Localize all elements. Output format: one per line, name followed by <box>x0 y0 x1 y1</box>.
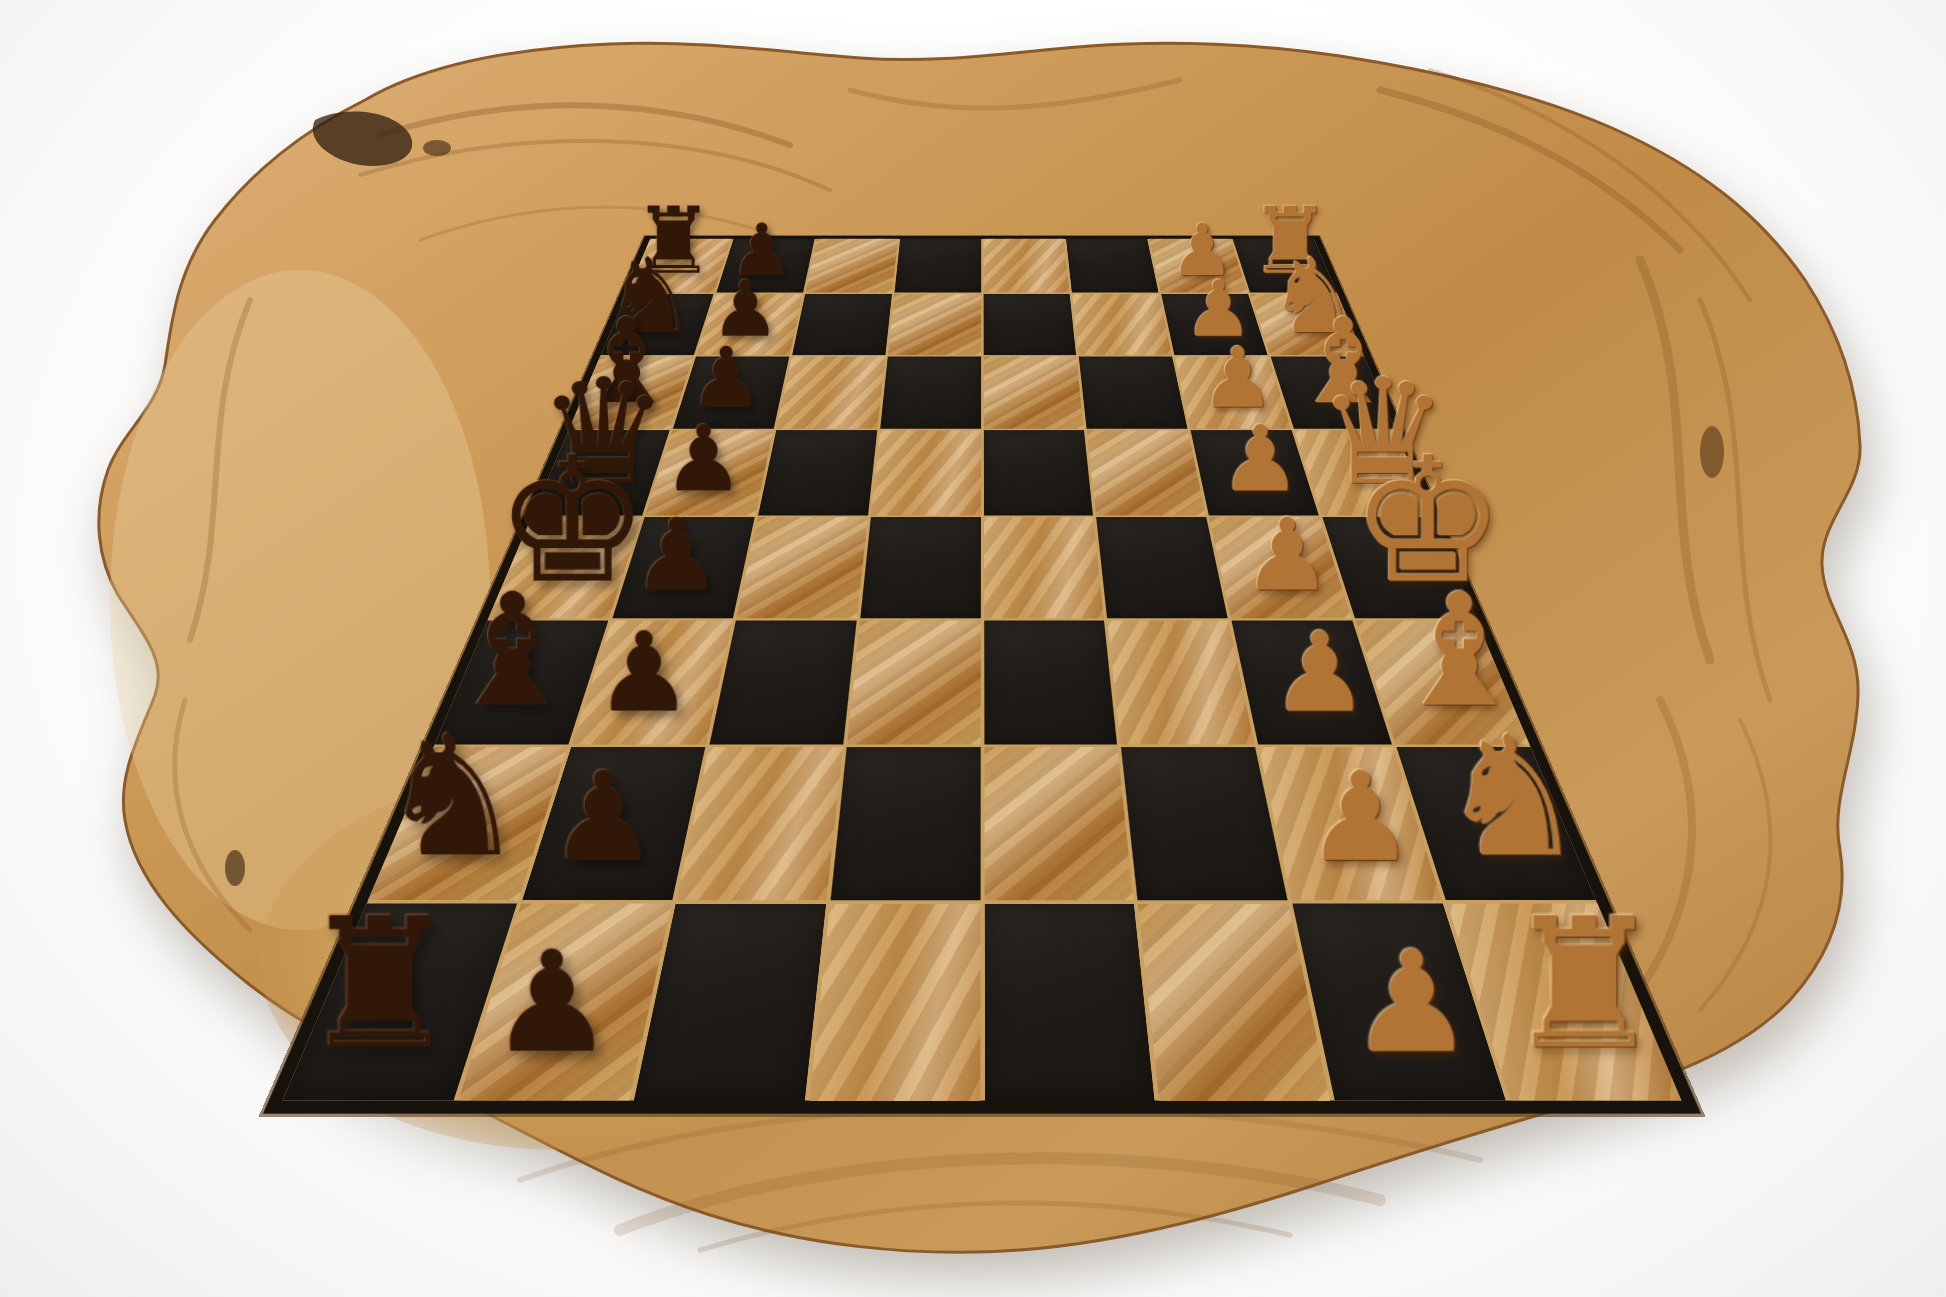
square-r0c2[interactable] <box>805 239 897 293</box>
square-r3c4[interactable] <box>983 430 1093 515</box>
square-r5c5[interactable] <box>1108 621 1255 745</box>
square-r1c5[interactable] <box>1072 294 1172 356</box>
square-r5c2[interactable] <box>709 621 856 745</box>
square-r2c4[interactable] <box>983 357 1084 429</box>
piece-black-rook[interactable]: ♜ <box>296 899 464 1070</box>
square-r7c6[interactable]: ♟ <box>1293 904 1506 1101</box>
piece-black-pawn[interactable]: ♟ <box>468 937 636 1070</box>
square-r0c3[interactable] <box>894 239 981 293</box>
piece-white-pawn[interactable]: ♟ <box>1206 416 1314 502</box>
piece-black-pawn[interactable]: ♟ <box>578 621 710 726</box>
square-r1c2[interactable] <box>792 294 892 356</box>
square-r5c4[interactable] <box>984 621 1118 745</box>
piece-black-pawn[interactable]: ♟ <box>649 416 757 502</box>
square-r7c4[interactable] <box>984 904 1155 1101</box>
square-r5c6[interactable]: ♟ <box>1232 621 1392 745</box>
square-r5c1[interactable]: ♟ <box>572 621 732 745</box>
piece-white-pawn[interactable]: ♟ <box>1228 508 1347 603</box>
square-r6c3[interactable] <box>830 747 980 901</box>
piece-black-pawn[interactable]: ♟ <box>530 760 677 877</box>
square-r3c5[interactable] <box>1087 430 1206 515</box>
piece-white-pawn[interactable]: ♟ <box>1287 760 1434 877</box>
photo-scene: ♜♟♟♜♞♟♟♞♝♟♟♝♛♟♟♛♚♟♟♚♝♟♟♝♞♟♟♞♜♟♟♜ <box>0 0 1946 1297</box>
piece-white-rook[interactable]: ♜ <box>1501 899 1669 1070</box>
square-r3c3[interactable] <box>871 430 981 515</box>
square-r4c4[interactable] <box>984 517 1105 619</box>
square-r0c4[interactable] <box>983 239 1070 293</box>
square-r2c5[interactable] <box>1079 357 1188 429</box>
piece-black-knight[interactable]: ♞ <box>378 719 525 877</box>
square-r2c2[interactable] <box>776 357 885 429</box>
square-r1c4[interactable] <box>983 294 1076 356</box>
square-r6c2[interactable] <box>676 747 843 901</box>
square-r3c2[interactable] <box>758 430 877 515</box>
square-r6c6[interactable]: ♟ <box>1259 747 1442 901</box>
square-r4c6[interactable]: ♟ <box>1209 517 1351 619</box>
square-r4c5[interactable] <box>1096 517 1228 619</box>
square-r6c1[interactable]: ♟ <box>522 747 705 901</box>
square-r0c5[interactable] <box>1066 239 1158 293</box>
piece-white-pawn[interactable]: ♟ <box>1254 621 1386 726</box>
square-r7c3[interactable] <box>809 904 980 1101</box>
square-r1c3[interactable] <box>888 294 981 356</box>
square-r5c3[interactable] <box>847 621 981 745</box>
piece-white-pawn[interactable]: ♟ <box>1329 937 1497 1070</box>
square-r2c3[interactable] <box>880 357 981 429</box>
square-r4c2[interactable] <box>736 517 868 619</box>
square-r4c3[interactable] <box>860 517 981 619</box>
square-r7c1[interactable]: ♟ <box>458 904 671 1101</box>
square-r6c4[interactable] <box>984 747 1134 901</box>
piece-white-knight[interactable]: ♞ <box>1438 719 1585 877</box>
